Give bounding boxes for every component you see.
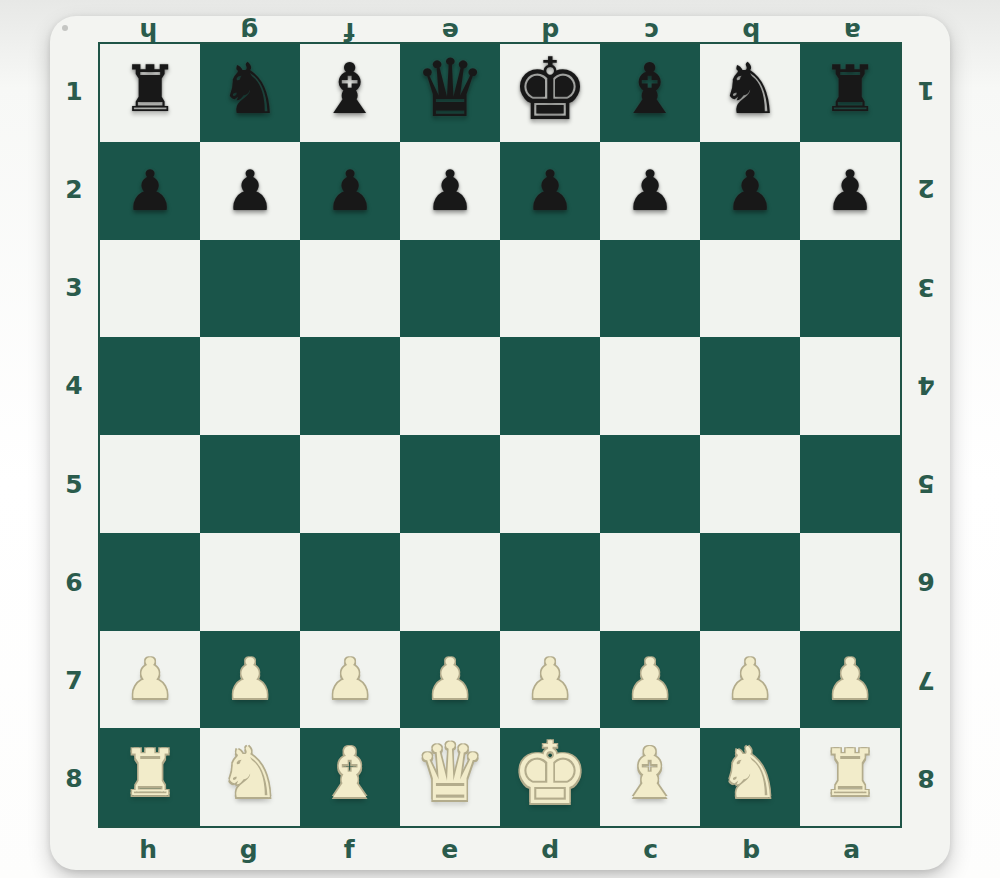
square-c1[interactable]: ♝ — [600, 44, 700, 142]
square-g4[interactable] — [200, 337, 300, 435]
square-c5[interactable] — [600, 435, 700, 533]
square-a4[interactable] — [800, 337, 900, 435]
rank-label-left-7: 7 — [50, 632, 98, 730]
square-g6[interactable] — [200, 533, 300, 631]
square-g1[interactable]: ♞ — [200, 44, 300, 142]
rank-label-right-1: 1 — [902, 42, 950, 140]
black-rook-a1[interactable]: ♜ — [821, 57, 878, 121]
rank-label-right-4: 4 — [902, 337, 950, 435]
rank-label-right-7: 7 — [902, 632, 950, 730]
square-g2[interactable]: ♟ — [200, 142, 300, 240]
square-b2[interactable]: ♟ — [700, 142, 800, 240]
square-e8[interactable]: ♛ — [400, 728, 500, 826]
square-e1[interactable]: ♛ — [400, 44, 500, 142]
square-d2[interactable]: ♟ — [500, 142, 600, 240]
square-d4[interactable] — [500, 337, 600, 435]
white-knight-g8[interactable]: ♞ — [219, 738, 282, 808]
white-rook-h8[interactable]: ♜ — [121, 741, 178, 805]
mat-speck — [62, 25, 68, 31]
square-h3[interactable] — [100, 240, 200, 338]
white-bishop-c8[interactable]: ♝ — [619, 738, 682, 808]
white-pawn-f7[interactable]: ♟ — [325, 651, 375, 707]
square-h8[interactable]: ♜ — [100, 728, 200, 826]
square-c3[interactable] — [600, 240, 700, 338]
black-rook-h1[interactable]: ♜ — [121, 57, 178, 121]
black-king-d1[interactable]: ♚ — [511, 46, 588, 132]
white-knight-b8[interactable]: ♞ — [719, 738, 782, 808]
file-labels-bottom: hgfedcba — [98, 828, 902, 870]
square-e6[interactable] — [400, 533, 500, 631]
white-pawn-b7[interactable]: ♟ — [725, 651, 775, 707]
rank-labels-left: 12345678 — [50, 42, 98, 828]
square-g7[interactable]: ♟ — [200, 631, 300, 729]
square-e7[interactable]: ♟ — [400, 631, 500, 729]
square-f4[interactable] — [300, 337, 400, 435]
square-b7[interactable]: ♟ — [700, 631, 800, 729]
black-knight-b1[interactable]: ♞ — [719, 54, 782, 124]
file-label-bottom-h: h — [98, 828, 199, 870]
black-bishop-c1[interactable]: ♝ — [619, 54, 682, 124]
black-pawn-c2[interactable]: ♟ — [625, 163, 675, 219]
square-b1[interactable]: ♞ — [700, 44, 800, 142]
black-pawn-e2[interactable]: ♟ — [425, 163, 475, 219]
file-label-bottom-g: g — [199, 828, 300, 870]
white-rook-a8[interactable]: ♜ — [821, 741, 878, 805]
white-queen-e8[interactable]: ♛ — [414, 733, 486, 813]
file-label-bottom-b: b — [701, 828, 802, 870]
square-c6[interactable] — [600, 533, 700, 631]
square-f1[interactable]: ♝ — [300, 44, 400, 142]
square-f6[interactable] — [300, 533, 400, 631]
square-f7[interactable]: ♟ — [300, 631, 400, 729]
black-queen-e1[interactable]: ♛ — [414, 49, 486, 129]
square-a3[interactable] — [800, 240, 900, 338]
file-label-bottom-d: d — [500, 828, 601, 870]
square-c8[interactable]: ♝ — [600, 728, 700, 826]
black-pawn-h2[interactable]: ♟ — [125, 163, 175, 219]
square-d7[interactable]: ♟ — [500, 631, 600, 729]
square-e2[interactable]: ♟ — [400, 142, 500, 240]
square-b6[interactable] — [700, 533, 800, 631]
square-a7[interactable]: ♟ — [800, 631, 900, 729]
square-d5[interactable] — [500, 435, 600, 533]
black-pawn-d2[interactable]: ♟ — [525, 163, 575, 219]
rank-label-right-8: 8 — [902, 730, 950, 828]
square-g3[interactable] — [200, 240, 300, 338]
square-f2[interactable]: ♟ — [300, 142, 400, 240]
white-king-d8[interactable]: ♚ — [511, 730, 588, 816]
rank-label-left-8: 8 — [50, 730, 98, 828]
square-d8[interactable]: ♚ — [500, 728, 600, 826]
file-label-bottom-f: f — [299, 828, 400, 870]
black-bishop-f1[interactable]: ♝ — [319, 54, 382, 124]
rank-labels-right: 12345678 — [902, 42, 950, 828]
rank-label-right-5: 5 — [902, 435, 950, 533]
black-pawn-b2[interactable]: ♟ — [725, 163, 775, 219]
product-photo-canvas: { "game": "chess", "scene": { "descripti… — [0, 0, 1000, 878]
rank-label-left-5: 5 — [50, 435, 98, 533]
rank-label-left-6: 6 — [50, 533, 98, 631]
rank-label-left-3: 3 — [50, 239, 98, 337]
white-pawn-g7[interactable]: ♟ — [225, 651, 275, 707]
file-label-bottom-a: a — [802, 828, 903, 870]
white-pawn-e7[interactable]: ♟ — [425, 651, 475, 707]
square-b4[interactable] — [700, 337, 800, 435]
rank-label-left-2: 2 — [50, 140, 98, 238]
square-c2[interactable]: ♟ — [600, 142, 700, 240]
square-d3[interactable] — [500, 240, 600, 338]
file-label-bottom-e: e — [400, 828, 501, 870]
square-f3[interactable] — [300, 240, 400, 338]
black-knight-g1[interactable]: ♞ — [219, 54, 282, 124]
square-g8[interactable]: ♞ — [200, 728, 300, 826]
white-pawn-h7[interactable]: ♟ — [125, 651, 175, 707]
rank-label-right-3: 3 — [902, 239, 950, 337]
square-d1[interactable]: ♚ — [500, 44, 600, 142]
square-f5[interactable] — [300, 435, 400, 533]
file-label-bottom-c: c — [601, 828, 702, 870]
square-a1[interactable]: ♜ — [800, 44, 900, 142]
chess-board: ♜♞♝♛♚♝♞♜♟♟♟♟♟♟♟♟♟♟♟♟♟♟♟♟♜♞♝♛♚♝♞♜ — [98, 42, 902, 828]
rank-label-left-4: 4 — [50, 337, 98, 435]
rank-label-right-2: 2 — [902, 140, 950, 238]
rank-label-left-1: 1 — [50, 42, 98, 140]
square-e5[interactable] — [400, 435, 500, 533]
square-f8[interactable]: ♝ — [300, 728, 400, 826]
square-h5[interactable] — [100, 435, 200, 533]
square-e3[interactable] — [400, 240, 500, 338]
square-a5[interactable] — [800, 435, 900, 533]
square-b3[interactable] — [700, 240, 800, 338]
square-e4[interactable] — [400, 337, 500, 435]
square-h1[interactable]: ♜ — [100, 44, 200, 142]
white-pawn-a7[interactable]: ♟ — [825, 651, 875, 707]
square-b5[interactable] — [700, 435, 800, 533]
square-a6[interactable] — [800, 533, 900, 631]
black-pawn-f2[interactable]: ♟ — [325, 163, 375, 219]
square-h4[interactable] — [100, 337, 200, 435]
square-a8[interactable]: ♜ — [800, 728, 900, 826]
rank-label-right-6: 6 — [902, 533, 950, 631]
square-c7[interactable]: ♟ — [600, 631, 700, 729]
square-h6[interactable] — [100, 533, 200, 631]
black-pawn-g2[interactable]: ♟ — [225, 163, 275, 219]
square-h2[interactable]: ♟ — [100, 142, 200, 240]
white-pawn-c7[interactable]: ♟ — [625, 651, 675, 707]
chess-mat: hgfedcba 12345678 12345678 ♜♞♝♛♚♝♞♜♟♟♟♟♟… — [50, 16, 950, 870]
square-g5[interactable] — [200, 435, 300, 533]
square-a2[interactable]: ♟ — [800, 142, 900, 240]
square-h7[interactable]: ♟ — [100, 631, 200, 729]
white-bishop-f8[interactable]: ♝ — [319, 738, 382, 808]
file-labels-top: hgfedcba — [98, 16, 902, 42]
square-b8[interactable]: ♞ — [700, 728, 800, 826]
black-pawn-a2[interactable]: ♟ — [825, 163, 875, 219]
white-pawn-d7[interactable]: ♟ — [525, 651, 575, 707]
square-c4[interactable] — [600, 337, 700, 435]
square-d6[interactable] — [500, 533, 600, 631]
